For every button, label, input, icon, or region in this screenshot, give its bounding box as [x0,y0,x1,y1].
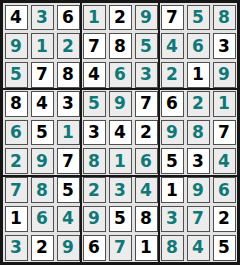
cell-r9c4[interactable]: 6 [83,235,106,261]
cell-r7c5[interactable]: 3 [109,177,132,203]
box-separator-vertical-2 [158,3,160,262]
cell-r6c3[interactable]: 7 [57,148,80,174]
cell-r5c5[interactable]: 4 [109,120,132,146]
cell-r1c7[interactable]: 7 [161,5,184,31]
cell-r1c3[interactable]: 6 [57,5,80,31]
cell-r3c3[interactable]: 8 [57,62,80,88]
cell-r6c5[interactable]: 1 [109,148,132,174]
cell-r4c9[interactable]: 1 [213,91,236,117]
cell-r9c3[interactable]: 9 [57,235,80,261]
cell-r9c8[interactable]: 4 [187,235,210,261]
cell-r3c9[interactable]: 9 [213,62,236,88]
cell-r9c6[interactable]: 1 [135,235,158,261]
cell-r1c9[interactable]: 8 [213,5,236,31]
cell-r4c7[interactable]: 6 [161,91,184,117]
cell-r9c1[interactable]: 3 [5,235,28,261]
cell-r3c6[interactable]: 3 [135,62,158,88]
cell-r2c5[interactable]: 8 [109,33,132,59]
cell-r3c8[interactable]: 1 [187,62,210,88]
cell-r2c1[interactable]: 9 [5,33,28,59]
cell-r8c1[interactable]: 1 [5,206,28,232]
cell-r8c6[interactable]: 8 [135,206,158,232]
cell-r9c9[interactable]: 5 [213,235,236,261]
cell-r7c4[interactable]: 2 [83,177,106,203]
cell-r1c2[interactable]: 3 [31,5,54,31]
cell-r8c7[interactable]: 3 [161,206,184,232]
cell-r8c2[interactable]: 6 [31,206,54,232]
cell-r2c6[interactable]: 5 [135,33,158,59]
cell-r6c4[interactable]: 8 [83,148,106,174]
sudoku-board: 4361297589127854635784632198435976216513… [0,0,240,265]
cell-r4c5[interactable]: 9 [109,91,132,117]
cell-r7c6[interactable]: 4 [135,177,158,203]
cell-r7c8[interactable]: 9 [187,177,210,203]
cell-r8c4[interactable]: 9 [83,206,106,232]
cell-r9c2[interactable]: 2 [31,235,54,261]
cell-r5c8[interactable]: 8 [187,120,210,146]
cell-r6c2[interactable]: 9 [31,148,54,174]
cell-r7c9[interactable]: 6 [213,177,236,203]
cell-r1c6[interactable]: 9 [135,5,158,31]
cell-r4c2[interactable]: 4 [31,91,54,117]
cell-r3c4[interactable]: 4 [83,62,106,88]
cell-r2c2[interactable]: 1 [31,33,54,59]
cell-r3c1[interactable]: 5 [5,62,28,88]
cell-r5c9[interactable]: 7 [213,120,236,146]
cell-r5c2[interactable]: 5 [31,120,54,146]
cell-r4c3[interactable]: 3 [57,91,80,117]
cell-r9c5[interactable]: 7 [109,235,132,261]
cell-r2c8[interactable]: 6 [187,33,210,59]
cell-r4c8[interactable]: 2 [187,91,210,117]
cell-r6c9[interactable]: 4 [213,148,236,174]
cell-r3c2[interactable]: 7 [31,62,54,88]
cell-r4c1[interactable]: 8 [5,91,28,117]
cell-r6c6[interactable]: 6 [135,148,158,174]
cell-r5c3[interactable]: 1 [57,120,80,146]
cell-r1c4[interactable]: 1 [83,5,106,31]
cell-r5c4[interactable]: 3 [83,120,106,146]
cell-r7c2[interactable]: 8 [31,177,54,203]
cell-r6c7[interactable]: 5 [161,148,184,174]
cell-r6c8[interactable]: 3 [187,148,210,174]
cell-r5c1[interactable]: 6 [5,120,28,146]
cell-r1c5[interactable]: 2 [109,5,132,31]
cell-r1c8[interactable]: 5 [187,5,210,31]
cell-r6c1[interactable]: 2 [5,148,28,174]
cell-r2c4[interactable]: 7 [83,33,106,59]
cell-r7c1[interactable]: 7 [5,177,28,203]
cell-r7c7[interactable]: 1 [161,177,184,203]
cell-r2c3[interactable]: 2 [57,33,80,59]
cell-r4c4[interactable]: 5 [83,91,106,117]
cell-r2c7[interactable]: 4 [161,33,184,59]
cell-r7c3[interactable]: 5 [57,177,80,203]
cell-r1c1[interactable]: 4 [5,5,28,31]
cell-r2c9[interactable]: 3 [213,33,236,59]
cell-r3c5[interactable]: 6 [109,62,132,88]
cell-r8c9[interactable]: 2 [213,206,236,232]
cell-r9c7[interactable]: 8 [161,235,184,261]
box-separator-horizontal-2 [3,175,237,177]
cell-r8c8[interactable]: 7 [187,206,210,232]
box-separator-vertical-1 [80,3,82,262]
cell-r4c6[interactable]: 7 [135,91,158,117]
cell-r8c3[interactable]: 4 [57,206,80,232]
cell-r5c7[interactable]: 9 [161,120,184,146]
cell-r3c7[interactable]: 2 [161,62,184,88]
sudoku-app: 4361297589127854635784632198435976216513… [0,0,240,265]
cell-r8c5[interactable]: 5 [109,206,132,232]
box-separator-horizontal-1 [3,88,237,90]
cell-r5c6[interactable]: 2 [135,120,158,146]
